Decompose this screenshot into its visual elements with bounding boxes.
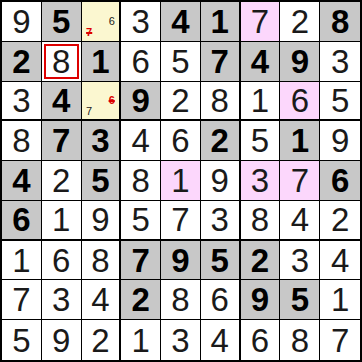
cell-r2c3[interactable]: 1 [82, 42, 122, 82]
cell-r6c9[interactable]: 2 [320, 201, 360, 241]
cell-r8c6[interactable]: 6 [201, 280, 241, 320]
cell-r2c5[interactable]: 5 [161, 42, 201, 82]
cell-value: 2 [91, 324, 109, 357]
cell-value: 4 [171, 5, 189, 38]
cell-value: 5 [52, 5, 70, 38]
cell-r3c1[interactable]: 3 [2, 82, 42, 122]
cell-value: 7 [331, 324, 349, 357]
cell-r5c9[interactable]: 6 [320, 161, 360, 201]
cell-r7c5[interactable]: 9 [161, 241, 201, 281]
cell-r4c9[interactable]: 9 [320, 121, 360, 161]
cell-value: 8 [291, 324, 309, 357]
cell-value: 5 [331, 84, 349, 117]
cell-value: 1 [171, 164, 189, 197]
cell-value: 9 [291, 45, 309, 78]
cell-r7c3[interactable]: 8 [82, 241, 122, 281]
pencil-marks: 67 [84, 84, 118, 118]
cell-value: 3 [291, 244, 309, 277]
cell-r4c3[interactable]: 3 [82, 121, 122, 161]
cell-r3c7[interactable]: 1 [241, 82, 281, 122]
cell-value: 6 [132, 45, 150, 78]
cell-value: 5 [12, 324, 30, 357]
cell-r5c3[interactable]: 5 [82, 161, 122, 201]
cell-r3c9[interactable]: 5 [320, 82, 360, 122]
cell-r5c2[interactable]: 2 [42, 161, 82, 201]
cell-r9c6[interactable]: 4 [201, 320, 241, 360]
cell-value: 3 [12, 84, 30, 117]
cell-value: 9 [52, 324, 70, 357]
cell-r6c8[interactable]: 4 [280, 201, 320, 241]
cell-value: 7 [211, 45, 229, 78]
cell-r5c6[interactable]: 9 [201, 161, 241, 201]
cell-value: 6 [12, 203, 30, 236]
cell-r7c9[interactable]: 4 [320, 241, 360, 281]
cell-value: 7 [132, 244, 150, 277]
cell-value: 8 [211, 84, 229, 117]
cell-value: 9 [12, 5, 30, 38]
cell-value: 8 [331, 5, 349, 38]
cell-value: 8 [132, 164, 150, 197]
cell-r8c1[interactable]: 7 [2, 280, 42, 320]
cell-r7c4[interactable]: 7 [121, 241, 161, 281]
cell-value: 4 [331, 244, 349, 277]
cell-value: 6 [52, 244, 70, 277]
cell-r9c2[interactable]: 9 [42, 320, 82, 360]
cell-value: 9 [211, 164, 229, 197]
pencil-mark-6: 6 [109, 16, 115, 27]
cell-r8c8[interactable]: 5 [280, 280, 320, 320]
cell-r3c3[interactable]: 67 [82, 82, 122, 122]
cell-r8c4[interactable]: 2 [121, 280, 161, 320]
cell-r6c6[interactable]: 3 [201, 201, 241, 241]
cell-value: 7 [52, 124, 70, 157]
cell-value: 2 [291, 5, 309, 38]
cell-value: 6 [211, 283, 229, 316]
cell-r3c8[interactable]: 6 [280, 82, 320, 122]
cell-r3c6[interactable]: 8 [201, 82, 241, 122]
cell-value: 2 [12, 45, 30, 78]
cell-r9c1[interactable]: 5 [2, 320, 42, 360]
cell-value: 8 [251, 203, 269, 236]
cell-value: 2 [251, 244, 269, 277]
cell-value: 3 [171, 324, 189, 357]
cell-r4c8[interactable]: 1 [280, 121, 320, 161]
cell-r9c8[interactable]: 8 [280, 320, 320, 360]
cell-r9c5[interactable]: 3 [161, 320, 201, 360]
cell-value: 5 [291, 283, 309, 316]
cell-r6c1[interactable]: 6 [2, 201, 42, 241]
cell-value: 7 [251, 5, 269, 38]
cell-value: 8 [12, 124, 30, 157]
cell-value: 1 [251, 84, 269, 117]
cell-value: 2 [52, 164, 70, 197]
cell-value: 5 [251, 124, 269, 157]
cell-r4c2[interactable]: 7 [42, 121, 82, 161]
cell-value: 6 [331, 164, 349, 197]
cell-r8c5[interactable]: 8 [161, 280, 201, 320]
cell-value: 3 [211, 203, 229, 236]
cell-r8c9[interactable]: 1 [320, 280, 360, 320]
cell-r6c3[interactable]: 9 [82, 201, 122, 241]
cell-r8c2[interactable]: 3 [42, 280, 82, 320]
cell-value: 3 [251, 164, 269, 197]
cell-value: 5 [211, 244, 229, 277]
cell-value: 2 [171, 84, 189, 117]
cell-r5c1[interactable]: 4 [2, 161, 42, 201]
cell-value: 1 [12, 244, 30, 277]
cell-r1c4[interactable]: 3 [121, 2, 161, 42]
cell-value: 9 [171, 244, 189, 277]
pencil-marks: 67 [84, 4, 118, 39]
cell-value: 7 [171, 203, 189, 236]
cell-value: 8 [91, 244, 109, 277]
cell-r9c9[interactable]: 7 [320, 320, 360, 360]
cell-value: 6 [171, 124, 189, 157]
cell-r7c6[interactable]: 5 [201, 241, 241, 281]
cell-value: 4 [291, 203, 309, 236]
cell-value: 2 [331, 203, 349, 236]
cell-value: 4 [52, 84, 70, 117]
cell-value: 9 [91, 203, 109, 236]
cell-r1c7[interactable]: 7 [241, 2, 281, 42]
cell-r8c3[interactable]: 4 [82, 280, 122, 320]
cell-r6c7[interactable]: 8 [241, 201, 281, 241]
pencil-mark-7: 7 [86, 27, 92, 38]
cell-r1c8[interactable]: 2 [280, 2, 320, 42]
cell-r3c2[interactable]: 4 [42, 82, 82, 122]
cell-value: 9 [251, 283, 269, 316]
cell-value: 7 [12, 283, 30, 316]
cell-value: 6 [291, 84, 309, 117]
cell-r7c8[interactable]: 3 [280, 241, 320, 281]
cell-r4c6[interactable]: 2 [201, 121, 241, 161]
cell-r2c4[interactable]: 6 [121, 42, 161, 82]
cell-value: 6 [251, 324, 269, 357]
cell-value: 3 [52, 283, 70, 316]
cell-value: 9 [331, 124, 349, 157]
cell-value: 1 [52, 203, 70, 236]
cell-value: 2 [132, 283, 150, 316]
cell-r2c9[interactable]: 3 [320, 42, 360, 82]
cell-r4c5[interactable]: 6 [161, 121, 201, 161]
pencil-mark-6: 6 [109, 95, 115, 106]
cell-r9c4[interactable]: 1 [121, 320, 161, 360]
cell-value: 8 [171, 283, 189, 316]
cell-r7c1[interactable]: 1 [2, 241, 42, 281]
cell-r1c3[interactable]: 67 [82, 2, 122, 42]
cell-r5c4[interactable]: 8 [121, 161, 161, 201]
cell-value: 5 [132, 203, 150, 236]
cell-r9c3[interactable]: 2 [82, 320, 122, 360]
cell-r2c8[interactable]: 9 [280, 42, 320, 82]
cell-value: 1 [91, 45, 109, 78]
pencil-mark-7: 7 [86, 106, 92, 117]
cell-r6c5[interactable]: 7 [161, 201, 201, 241]
cell-value: 4 [211, 324, 229, 357]
cell-r4c4[interactable]: 4 [121, 121, 161, 161]
cell-value: 1 [291, 124, 309, 157]
cell-value: 5 [171, 45, 189, 78]
cell-r8c7[interactable]: 9 [241, 280, 281, 320]
cell-value: 7 [291, 164, 309, 197]
cell-value: 1 [132, 324, 150, 357]
cell-r1c6[interactable]: 1 [201, 2, 241, 42]
cell-value: 3 [132, 5, 150, 38]
cell-value: 1 [331, 283, 349, 316]
cell-value: 2 [211, 124, 229, 157]
cell-value: 3 [331, 45, 349, 78]
cell-r1c5[interactable]: 4 [161, 2, 201, 42]
cell-r3c4[interactable]: 9 [121, 82, 161, 122]
cell-value: 4 [251, 45, 269, 78]
cell-r7c7[interactable]: 2 [241, 241, 281, 281]
cell-r5c8[interactable]: 7 [280, 161, 320, 201]
cell-r1c1[interactable]: 9 [2, 2, 42, 42]
cell-r5c5[interactable]: 1 [161, 161, 201, 201]
cell-r3c5[interactable]: 2 [161, 82, 201, 122]
cell-r5c7[interactable]: 3 [241, 161, 281, 201]
cell-r4c1[interactable]: 8 [2, 121, 42, 161]
cell-r2c1[interactable]: 2 [2, 42, 42, 82]
cell-value: 4 [12, 164, 30, 197]
cell-r4c7[interactable]: 5 [241, 121, 281, 161]
cell-r6c4[interactable]: 5 [121, 201, 161, 241]
cell-r2c2[interactable]: 8 [42, 42, 82, 82]
cell-value: 4 [91, 283, 109, 316]
cell-value: 1 [211, 5, 229, 38]
cell-r7c2[interactable]: 6 [42, 241, 82, 281]
cell-r9c7[interactable]: 6 [241, 320, 281, 360]
cell-value: 4 [132, 124, 150, 157]
sudoku-board: 9567341728281657493346792816587346251942… [0, 0, 362, 362]
cell-value: 3 [91, 124, 109, 157]
cell-r6c2[interactable]: 1 [42, 201, 82, 241]
cell-value: 8 [52, 45, 70, 78]
cell-value: 9 [132, 84, 150, 117]
cell-r2c7[interactable]: 4 [241, 42, 281, 82]
cell-r2c6[interactable]: 7 [201, 42, 241, 82]
cell-r1c9[interactable]: 8 [320, 2, 360, 42]
cell-r1c2[interactable]: 5 [42, 2, 82, 42]
cell-value: 5 [91, 164, 109, 197]
